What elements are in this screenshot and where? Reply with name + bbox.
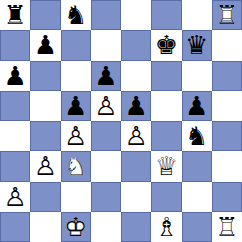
piece-black-knight: ♞ [61,0,91,30]
square-b3[interactable]: ♟♙ [30,151,60,181]
square-e1[interactable] [121,212,151,242]
square-a8[interactable]: ♜ [0,0,30,30]
square-b6[interactable] [30,61,60,91]
square-g3[interactable] [182,151,212,181]
square-h4[interactable] [212,121,242,151]
square-a1[interactable] [0,212,30,242]
square-a6[interactable]: ♟ [0,61,30,91]
square-a2[interactable]: ♟♙ [0,182,30,212]
piece-white-queen: ♛♕ [151,151,181,181]
piece-white-pawn: ♟♙ [61,121,91,151]
piece-black-pawn: ♟ [0,61,30,91]
square-e3[interactable] [121,151,151,181]
square-a4[interactable] [0,121,30,151]
square-b7[interactable]: ♟ [30,30,60,60]
square-b1[interactable] [30,212,60,242]
square-g5[interactable]: ♟ [182,91,212,121]
square-d5[interactable]: ♟♙ [91,91,121,121]
square-f3[interactable]: ♛♕ [151,151,181,181]
square-b5[interactable] [30,91,60,121]
square-h8[interactable]: ♜♖ [212,0,242,30]
chess-board: ♜♞♜♖♟♚♛♟♟♟♟♙♟♟♟♙♟♙♞♟♙♞♘♛♕♟♙♚♔♝♗♜♖ [0,0,242,242]
square-d4[interactable] [91,121,121,151]
piece-white-king: ♚♔ [61,212,91,242]
piece-black-pawn: ♟ [182,91,212,121]
square-f7[interactable]: ♚ [151,30,181,60]
piece-white-pawn: ♟♙ [0,182,30,212]
square-f5[interactable] [151,91,181,121]
piece-black-queen: ♛ [182,30,212,60]
square-g4[interactable]: ♞ [182,121,212,151]
square-e8[interactable] [121,0,151,30]
square-d1[interactable] [91,212,121,242]
square-c2[interactable] [61,182,91,212]
piece-black-pawn: ♟ [91,61,121,91]
piece-white-pawn: ♟♙ [121,121,151,151]
square-g6[interactable] [182,61,212,91]
piece-white-rook: ♜♖ [212,0,242,30]
square-f1[interactable]: ♝♗ [151,212,181,242]
square-g2[interactable] [182,182,212,212]
piece-white-pawn: ♟♙ [30,151,60,181]
piece-black-king: ♚ [151,30,181,60]
square-h1[interactable]: ♜♖ [212,212,242,242]
square-a3[interactable] [0,151,30,181]
square-f2[interactable] [151,182,181,212]
square-f6[interactable] [151,61,181,91]
square-e7[interactable] [121,30,151,60]
square-g1[interactable] [182,212,212,242]
square-h7[interactable] [212,30,242,60]
square-h5[interactable] [212,91,242,121]
square-b2[interactable] [30,182,60,212]
square-d3[interactable] [91,151,121,181]
piece-black-knight: ♞ [182,121,212,151]
piece-black-pawn: ♟ [121,91,151,121]
square-c7[interactable] [61,30,91,60]
square-f8[interactable] [151,0,181,30]
square-a7[interactable] [0,30,30,60]
piece-black-rook: ♜ [0,0,30,30]
square-g8[interactable] [182,0,212,30]
square-h6[interactable] [212,61,242,91]
square-h3[interactable] [212,151,242,181]
piece-white-knight: ♞♘ [61,151,91,181]
square-c4[interactable]: ♟♙ [61,121,91,151]
square-b4[interactable] [30,121,60,151]
square-a5[interactable] [0,91,30,121]
square-e2[interactable] [121,182,151,212]
square-d2[interactable] [91,182,121,212]
square-c8[interactable]: ♞ [61,0,91,30]
square-b8[interactable] [30,0,60,30]
piece-white-pawn: ♟♙ [91,91,121,121]
square-g7[interactable]: ♛ [182,30,212,60]
square-d7[interactable] [91,30,121,60]
piece-white-bishop: ♝♗ [151,212,181,242]
square-f4[interactable] [151,121,181,151]
square-c3[interactable]: ♞♘ [61,151,91,181]
square-c5[interactable]: ♟ [61,91,91,121]
square-e4[interactable]: ♟♙ [121,121,151,151]
piece-black-pawn: ♟ [61,91,91,121]
square-e6[interactable] [121,61,151,91]
square-e5[interactable]: ♟ [121,91,151,121]
piece-white-rook: ♜♖ [212,212,242,242]
piece-black-pawn: ♟ [30,30,60,60]
square-h2[interactable] [212,182,242,212]
square-c6[interactable] [61,61,91,91]
square-d8[interactable] [91,0,121,30]
square-c1[interactable]: ♚♔ [61,212,91,242]
square-d6[interactable]: ♟ [91,61,121,91]
